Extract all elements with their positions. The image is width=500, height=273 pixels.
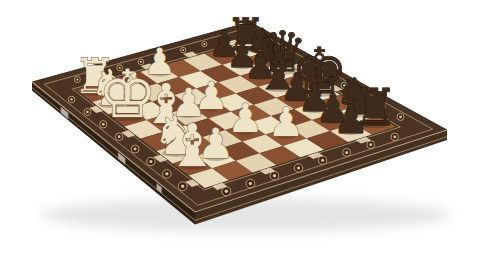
piece-white-pawn-g5: ♟: [268, 99, 304, 145]
border-ornament-dot: [297, 166, 300, 169]
border-ornament-dot: [134, 148, 137, 151]
border-ornament-dot: [182, 49, 184, 51]
piece-black-pawn-h7: ♟: [333, 96, 369, 142]
border-ornament-dot: [345, 151, 348, 154]
border-ornament-dot: [249, 182, 252, 185]
border-ornament-dot: [225, 190, 228, 193]
chess-set-photo: ♜♟♞♟♛♟♟♝♜♚♟♟♞♟♟♞♟♚♟♝♜♟♟♟♞♟♝: [0, 0, 500, 273]
border-ornament-dot: [203, 43, 205, 45]
border-ornament-dot: [118, 135, 121, 138]
piece-white-bishop-g1: ♝: [166, 111, 219, 180]
border-ornament-dot: [369, 143, 372, 146]
border-ornament-dot: [399, 116, 402, 119]
chessboard-scene: ♜♟♞♟♛♟♟♝♜♚♟♟♞♟♟♞♟♚♟♝♜♟♟♟♞♟♝: [0, 0, 500, 273]
border-ornament-dot: [273, 174, 276, 177]
border-ornament-dot: [181, 185, 184, 188]
border-ornament-dot: [321, 159, 324, 162]
